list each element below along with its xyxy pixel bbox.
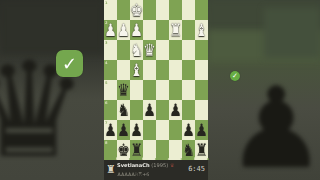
rank-label: 5 — [105, 80, 108, 84]
player-name[interactable]: SvetlanaCh (1995) ♛ — [117, 162, 175, 168]
captured-pieces: ♙♙♙♙♙♘♖ +6 — [117, 171, 149, 177]
square-a3[interactable] — [195, 40, 208, 60]
square-h7[interactable]: 7♟ — [104, 120, 117, 140]
chess-board: 1♚2♟♟♟♜♝3♞♛4♝5♛6♞♟♟7♟♟♟♟♟8hg♚f♜edcb♞a♜ — [104, 0, 208, 160]
player-clock: 6:45 — [188, 165, 205, 173]
square-a4[interactable] — [195, 60, 208, 80]
square-a2[interactable]: ♝ — [195, 20, 208, 40]
square-b1[interactable] — [182, 0, 195, 20]
background-green-square-3 — [264, 8, 320, 58]
square-f4[interactable]: ♝ — [130, 60, 143, 80]
square-d2[interactable] — [156, 20, 169, 40]
square-h8[interactable]: 8h — [104, 140, 117, 160]
square-b3[interactable] — [182, 40, 195, 60]
square-a8[interactable]: a♜ — [195, 140, 208, 160]
black-pawn[interactable]: ♟ — [104, 118, 117, 142]
square-h5[interactable]: 5 — [104, 80, 117, 100]
square-e3[interactable]: ♛ — [143, 40, 156, 60]
square-d4[interactable] — [156, 60, 169, 80]
square-d3[interactable] — [156, 40, 169, 60]
white-rook[interactable]: ♜ — [169, 18, 182, 42]
player-flair-icon: ♛ — [170, 162, 175, 168]
square-g3[interactable] — [117, 40, 130, 60]
square-b2[interactable] — [182, 20, 195, 40]
square-d7[interactable] — [156, 120, 169, 140]
square-c7[interactable] — [169, 120, 182, 140]
black-rook[interactable]: ♜ — [195, 138, 208, 162]
white-bishop[interactable]: ♝ — [130, 58, 143, 82]
square-d1[interactable] — [156, 0, 169, 20]
square-b4[interactable] — [182, 60, 195, 80]
square-e1[interactable] — [143, 0, 156, 20]
square-h4[interactable]: 4 — [104, 60, 117, 80]
black-king[interactable]: ♚ — [117, 138, 130, 162]
rank-label: 3 — [105, 40, 108, 44]
checkmark-icon: ✓ — [62, 53, 77, 74]
square-b5[interactable] — [182, 80, 195, 100]
white-pawn[interactable]: ♟ — [117, 18, 130, 42]
square-d8[interactable]: d — [156, 140, 169, 160]
white-queen[interactable]: ♛ — [143, 38, 156, 62]
rank-label: 6 — [105, 100, 108, 104]
background-right-panel: ♟ — [208, 0, 320, 180]
background-checkmark-badge: ✓ — [56, 50, 83, 77]
background-left-panel: ♛ — [0, 0, 104, 180]
square-f8[interactable]: f♜ — [130, 140, 143, 160]
square-c3[interactable] — [169, 40, 182, 60]
square-e7[interactable] — [143, 120, 156, 140]
black-rook[interactable]: ♜ — [130, 138, 143, 162]
square-g2[interactable]: ♟ — [117, 20, 130, 40]
square-h2[interactable]: 2♟ — [104, 20, 117, 40]
player-piece-color-icon: ♜ — [106, 162, 116, 177]
checkmark-icon: ✓ — [232, 72, 238, 80]
white-bishop[interactable]: ♝ — [195, 18, 208, 42]
rank-label: 1 — [105, 0, 108, 4]
square-c6[interactable]: ♟ — [169, 100, 182, 120]
good-move-badge: ✓ — [230, 71, 240, 81]
square-d6[interactable] — [156, 100, 169, 120]
black-pawn[interactable]: ♟ — [143, 98, 156, 122]
rank-label: 4 — [105, 60, 108, 64]
square-c8[interactable]: c — [169, 140, 182, 160]
square-b8[interactable]: b♞ — [182, 140, 195, 160]
square-e8[interactable]: e — [143, 140, 156, 160]
rank-label: 8 — [105, 140, 108, 144]
square-e4[interactable] — [143, 60, 156, 80]
white-pawn[interactable]: ♟ — [104, 18, 117, 42]
video-frame: ♛ ♟ ✓ 1♚2♟♟♟♜♝3♞♛4♝5♛6♞♟♟7♟♟♟♟♟8hg♚f♜edc… — [0, 0, 320, 180]
square-g8[interactable]: g♚ — [117, 140, 130, 160]
black-pawn[interactable]: ♟ — [169, 98, 182, 122]
chess-video-region: 1♚2♟♟♟♜♝3♞♛4♝5♛6♞♟♟7♟♟♟♟♟8hg♚f♜edcb♞a♜ ✓… — [104, 0, 208, 180]
square-e6[interactable]: ♟ — [143, 100, 156, 120]
background-pawn-silhouette: ♟ — [226, 72, 320, 180]
square-h3[interactable]: 3 — [104, 40, 117, 60]
square-a5[interactable] — [195, 80, 208, 100]
square-d5[interactable] — [156, 80, 169, 100]
black-knight[interactable]: ♞ — [182, 138, 195, 162]
player-rating: (1995) — [151, 162, 168, 168]
square-f5[interactable] — [130, 80, 143, 100]
material-advantage: +6 — [142, 171, 149, 177]
player-bar: ♜ SvetlanaCh (1995) ♛ ♙♙♙♙♙♘♖ +6 6:45 — [104, 160, 208, 180]
square-c2[interactable]: ♜ — [169, 20, 182, 40]
square-c4[interactable] — [169, 60, 182, 80]
